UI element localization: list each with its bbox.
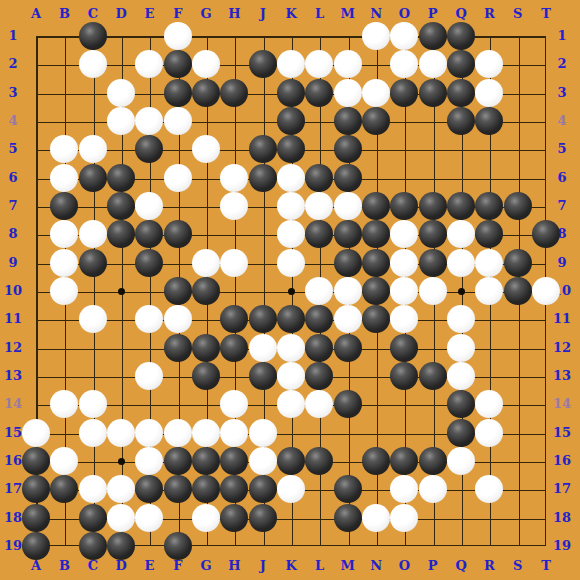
- board-point[interactable]: [22, 249, 50, 277]
- board-point[interactable]: [249, 249, 277, 277]
- board-point[interactable]: [447, 504, 475, 532]
- board-point[interactable]: [305, 50, 333, 78]
- board-point[interactable]: [50, 277, 78, 305]
- board-point[interactable]: [107, 334, 135, 362]
- board-point[interactable]: [504, 220, 532, 248]
- board-point[interactable]: [220, 504, 248, 532]
- board-point[interactable]: [277, 192, 305, 220]
- board-point[interactable]: [419, 419, 447, 447]
- board-point[interactable]: [504, 135, 532, 163]
- board-point[interactable]: [79, 50, 107, 78]
- board-point[interactable]: [390, 504, 418, 532]
- board-point[interactable]: [50, 532, 78, 560]
- board-point[interactable]: [277, 277, 305, 305]
- board-point[interactable]: [249, 504, 277, 532]
- board-point[interactable]: [475, 419, 503, 447]
- board-point[interactable]: [362, 79, 390, 107]
- board-point[interactable]: [390, 532, 418, 560]
- board-point[interactable]: [277, 79, 305, 107]
- board-point[interactable]: [135, 135, 163, 163]
- board-point[interactable]: [447, 135, 475, 163]
- board-point[interactable]: [390, 249, 418, 277]
- board-point[interactable]: [419, 164, 447, 192]
- board-point[interactable]: [504, 334, 532, 362]
- board-point[interactable]: [22, 475, 50, 503]
- board-point[interactable]: [107, 447, 135, 475]
- board-point[interactable]: [390, 305, 418, 333]
- board-point[interactable]: [504, 362, 532, 390]
- board-point[interactable]: [277, 22, 305, 50]
- board-point[interactable]: [390, 419, 418, 447]
- board-point[interactable]: [135, 107, 163, 135]
- board-point[interactable]: [447, 419, 475, 447]
- board-point[interactable]: [135, 305, 163, 333]
- board-point[interactable]: [334, 107, 362, 135]
- board-point[interactable]: [107, 220, 135, 248]
- board-point[interactable]: [50, 192, 78, 220]
- board-point[interactable]: [277, 164, 305, 192]
- board-point[interactable]: [419, 50, 447, 78]
- board-point[interactable]: [475, 220, 503, 248]
- board-point[interactable]: [504, 192, 532, 220]
- board-point[interactable]: [50, 249, 78, 277]
- board-point[interactable]: [305, 532, 333, 560]
- board-point[interactable]: [220, 532, 248, 560]
- board-point[interactable]: [135, 362, 163, 390]
- board-point[interactable]: [107, 50, 135, 78]
- board-point[interactable]: [390, 334, 418, 362]
- board-point[interactable]: [475, 504, 503, 532]
- board-point[interactable]: [79, 334, 107, 362]
- board-point[interactable]: [79, 305, 107, 333]
- board-point[interactable]: [164, 220, 192, 248]
- board-point[interactable]: [220, 107, 248, 135]
- board-point[interactable]: [220, 164, 248, 192]
- board-point[interactable]: [192, 249, 220, 277]
- board-point[interactable]: [192, 419, 220, 447]
- board-point[interactable]: [50, 362, 78, 390]
- board-point[interactable]: [362, 107, 390, 135]
- board-point[interactable]: [475, 249, 503, 277]
- board-point[interactable]: [79, 249, 107, 277]
- board-point[interactable]: [305, 107, 333, 135]
- board-point[interactable]: [504, 107, 532, 135]
- board-point[interactable]: [305, 277, 333, 305]
- board-point[interactable]: [277, 475, 305, 503]
- board-point[interactable]: [220, 277, 248, 305]
- board-point[interactable]: [447, 249, 475, 277]
- board-point[interactable]: [50, 305, 78, 333]
- board-point[interactable]: [334, 164, 362, 192]
- board-point[interactable]: [277, 504, 305, 532]
- board-point[interactable]: [192, 164, 220, 192]
- board-point[interactable]: [107, 362, 135, 390]
- board-point[interactable]: [334, 362, 362, 390]
- board-point[interactable]: [249, 305, 277, 333]
- board-point[interactable]: [50, 220, 78, 248]
- board-point[interactable]: [447, 390, 475, 418]
- board-point[interactable]: [107, 532, 135, 560]
- board-point[interactable]: [334, 220, 362, 248]
- board-point[interactable]: [22, 504, 50, 532]
- board-point[interactable]: [390, 220, 418, 248]
- board-point[interactable]: [164, 22, 192, 50]
- board-point[interactable]: [305, 192, 333, 220]
- board-point[interactable]: [192, 532, 220, 560]
- board-point[interactable]: [22, 419, 50, 447]
- board-point[interactable]: [362, 277, 390, 305]
- board-point[interactable]: [220, 419, 248, 447]
- board-point[interactable]: [305, 447, 333, 475]
- board-point[interactable]: [220, 220, 248, 248]
- board-point[interactable]: [362, 135, 390, 163]
- board-point[interactable]: [107, 135, 135, 163]
- board-point[interactable]: [362, 334, 390, 362]
- board-point[interactable]: [220, 135, 248, 163]
- board-point[interactable]: [419, 362, 447, 390]
- board-point[interactable]: [22, 135, 50, 163]
- board-point[interactable]: [419, 22, 447, 50]
- board-point[interactable]: [50, 22, 78, 50]
- board-point[interactable]: [305, 135, 333, 163]
- board-point[interactable]: [192, 50, 220, 78]
- board-point[interactable]: [50, 164, 78, 192]
- board-point[interactable]: [419, 135, 447, 163]
- board-point[interactable]: [504, 50, 532, 78]
- board-point[interactable]: [192, 220, 220, 248]
- board-point[interactable]: [79, 504, 107, 532]
- board-point[interactable]: [277, 390, 305, 418]
- board-point[interactable]: [504, 504, 532, 532]
- board-point[interactable]: [107, 277, 135, 305]
- board-point[interactable]: [390, 79, 418, 107]
- board-point[interactable]: [475, 79, 503, 107]
- board-point[interactable]: [334, 277, 362, 305]
- board-point[interactable]: [277, 419, 305, 447]
- board-point[interactable]: [447, 50, 475, 78]
- board-point[interactable]: [504, 164, 532, 192]
- board-point[interactable]: [305, 390, 333, 418]
- board-point[interactable]: [419, 532, 447, 560]
- board-point[interactable]: [390, 22, 418, 50]
- board-point[interactable]: [22, 50, 50, 78]
- board-point[interactable]: [79, 164, 107, 192]
- board-point[interactable]: [447, 79, 475, 107]
- board-point[interactable]: [504, 532, 532, 560]
- board-point[interactable]: [135, 220, 163, 248]
- board-point[interactable]: [504, 249, 532, 277]
- board-point[interactable]: [362, 192, 390, 220]
- board-point[interactable]: [164, 334, 192, 362]
- board-point[interactable]: [504, 22, 532, 50]
- board-point[interactable]: [220, 475, 248, 503]
- board-point[interactable]: [107, 249, 135, 277]
- board-point[interactable]: [50, 107, 78, 135]
- board-point[interactable]: [220, 362, 248, 390]
- board-point[interactable]: [447, 334, 475, 362]
- board-point[interactable]: [447, 447, 475, 475]
- board-point[interactable]: [362, 305, 390, 333]
- board-point[interactable]: [192, 79, 220, 107]
- board-point[interactable]: [192, 22, 220, 50]
- board-point[interactable]: [220, 390, 248, 418]
- board-point[interactable]: [164, 305, 192, 333]
- board-point[interactable]: [362, 50, 390, 78]
- board-point[interactable]: [305, 22, 333, 50]
- board-point[interactable]: [504, 447, 532, 475]
- board-point[interactable]: [390, 107, 418, 135]
- board-point[interactable]: [50, 504, 78, 532]
- board-point[interactable]: [107, 305, 135, 333]
- board-point[interactable]: [107, 107, 135, 135]
- board-point[interactable]: [419, 305, 447, 333]
- board-point[interactable]: [249, 447, 277, 475]
- board-point[interactable]: [22, 334, 50, 362]
- board-point[interactable]: [390, 164, 418, 192]
- board-point[interactable]: [22, 107, 50, 135]
- board-point[interactable]: [192, 334, 220, 362]
- board-point[interactable]: [249, 390, 277, 418]
- board-point[interactable]: [334, 192, 362, 220]
- board-point[interactable]: [135, 277, 163, 305]
- board-point[interactable]: [249, 532, 277, 560]
- board-point[interactable]: [419, 334, 447, 362]
- board-point[interactable]: [135, 532, 163, 560]
- board-point[interactable]: [334, 79, 362, 107]
- board-point[interactable]: [447, 532, 475, 560]
- board-point[interactable]: [475, 532, 503, 560]
- board-point[interactable]: [79, 107, 107, 135]
- board-point[interactable]: [249, 22, 277, 50]
- board-point[interactable]: [79, 79, 107, 107]
- board-point[interactable]: [504, 390, 532, 418]
- board-point[interactable]: [107, 390, 135, 418]
- board-point[interactable]: [135, 249, 163, 277]
- board-point[interactable]: [249, 192, 277, 220]
- board-point[interactable]: [249, 79, 277, 107]
- board-point[interactable]: [475, 362, 503, 390]
- board-point[interactable]: [22, 362, 50, 390]
- board-point[interactable]: [419, 79, 447, 107]
- board-point[interactable]: [475, 447, 503, 475]
- board-point[interactable]: [249, 164, 277, 192]
- board-point[interactable]: [192, 390, 220, 418]
- board-point[interactable]: [164, 79, 192, 107]
- board-point[interactable]: [277, 532, 305, 560]
- board-point[interactable]: [390, 390, 418, 418]
- board-point[interactable]: [305, 419, 333, 447]
- board-point[interactable]: [277, 135, 305, 163]
- board-point[interactable]: [447, 192, 475, 220]
- board-point[interactable]: [362, 504, 390, 532]
- board-point[interactable]: [305, 79, 333, 107]
- board-point[interactable]: [419, 390, 447, 418]
- board-point[interactable]: [164, 50, 192, 78]
- board-point[interactable]: [135, 334, 163, 362]
- board-point[interactable]: [362, 164, 390, 192]
- board-point[interactable]: [504, 305, 532, 333]
- board-point[interactable]: [447, 22, 475, 50]
- board-point[interactable]: [334, 447, 362, 475]
- board-point[interactable]: [277, 334, 305, 362]
- board-point[interactable]: [277, 362, 305, 390]
- board-point[interactable]: [504, 475, 532, 503]
- board-point[interactable]: [79, 390, 107, 418]
- board-point[interactable]: [192, 504, 220, 532]
- board-point[interactable]: [164, 192, 192, 220]
- board-point[interactable]: [334, 135, 362, 163]
- board-point[interactable]: [475, 50, 503, 78]
- board-point[interactable]: [334, 22, 362, 50]
- board-point[interactable]: [79, 447, 107, 475]
- board-point[interactable]: [362, 419, 390, 447]
- board-point[interactable]: [135, 475, 163, 503]
- board-point[interactable]: [305, 305, 333, 333]
- board-point[interactable]: [79, 135, 107, 163]
- board-point[interactable]: [22, 192, 50, 220]
- board-point[interactable]: [220, 334, 248, 362]
- board-point[interactable]: [475, 390, 503, 418]
- board-point[interactable]: [220, 447, 248, 475]
- board-point[interactable]: [22, 22, 50, 50]
- board-point[interactable]: [249, 107, 277, 135]
- board-point[interactable]: [362, 22, 390, 50]
- board-point[interactable]: [305, 220, 333, 248]
- board-point[interactable]: [419, 504, 447, 532]
- board-point[interactable]: [362, 390, 390, 418]
- board-point[interactable]: [79, 220, 107, 248]
- board-point[interactable]: [390, 447, 418, 475]
- board-point[interactable]: [135, 419, 163, 447]
- board-point[interactable]: [79, 532, 107, 560]
- board-point[interactable]: [135, 192, 163, 220]
- board-point[interactable]: [135, 390, 163, 418]
- board-point[interactable]: [504, 419, 532, 447]
- board-point[interactable]: [475, 164, 503, 192]
- board-point[interactable]: [419, 277, 447, 305]
- board-point[interactable]: [135, 504, 163, 532]
- board-point[interactable]: [79, 419, 107, 447]
- board-point[interactable]: [362, 532, 390, 560]
- board-point[interactable]: [362, 249, 390, 277]
- board-point[interactable]: [220, 305, 248, 333]
- board-point[interactable]: [22, 164, 50, 192]
- board-point[interactable]: [192, 305, 220, 333]
- board-point[interactable]: [135, 50, 163, 78]
- board-point[interactable]: [192, 447, 220, 475]
- board-point[interactable]: [475, 475, 503, 503]
- board-point[interactable]: [390, 192, 418, 220]
- board-point[interactable]: [249, 419, 277, 447]
- board-point[interactable]: [249, 475, 277, 503]
- board-point[interactable]: [192, 192, 220, 220]
- board-point[interactable]: [334, 390, 362, 418]
- board-point[interactable]: [50, 419, 78, 447]
- board-point[interactable]: [419, 249, 447, 277]
- board-point[interactable]: [305, 334, 333, 362]
- board-point[interactable]: [220, 192, 248, 220]
- board-point[interactable]: [362, 362, 390, 390]
- board-point[interactable]: [447, 277, 475, 305]
- board-point[interactable]: [362, 447, 390, 475]
- board-point[interactable]: [447, 475, 475, 503]
- board-point[interactable]: [334, 50, 362, 78]
- board-point[interactable]: [419, 192, 447, 220]
- board-point[interactable]: [475, 305, 503, 333]
- board-point[interactable]: [164, 447, 192, 475]
- board-point[interactable]: [22, 305, 50, 333]
- board-point[interactable]: [249, 50, 277, 78]
- board-point[interactable]: [107, 22, 135, 50]
- board-point[interactable]: [164, 419, 192, 447]
- board-point[interactable]: [305, 164, 333, 192]
- board-point[interactable]: [135, 79, 163, 107]
- board-point[interactable]: [107, 475, 135, 503]
- board-point[interactable]: [22, 532, 50, 560]
- board-point[interactable]: [22, 447, 50, 475]
- board-point[interactable]: [447, 107, 475, 135]
- board-point[interactable]: [107, 419, 135, 447]
- board-point[interactable]: [334, 249, 362, 277]
- board-point[interactable]: [79, 192, 107, 220]
- board-point[interactable]: [79, 277, 107, 305]
- board-point[interactable]: [50, 475, 78, 503]
- board-point[interactable]: [164, 362, 192, 390]
- board-point[interactable]: [305, 362, 333, 390]
- board-point[interactable]: [164, 390, 192, 418]
- board-point[interactable]: [334, 504, 362, 532]
- board-point[interactable]: [164, 249, 192, 277]
- board-point[interactable]: [390, 277, 418, 305]
- board-point[interactable]: [220, 79, 248, 107]
- board-point[interactable]: [419, 220, 447, 248]
- board-point[interactable]: [249, 135, 277, 163]
- board-point[interactable]: [305, 504, 333, 532]
- board-point[interactable]: [164, 277, 192, 305]
- board-point[interactable]: [447, 305, 475, 333]
- board-point[interactable]: [192, 277, 220, 305]
- board-point[interactable]: [50, 390, 78, 418]
- board-point[interactable]: [220, 249, 248, 277]
- board-point[interactable]: [277, 50, 305, 78]
- board-point[interactable]: [334, 334, 362, 362]
- board-point[interactable]: [164, 475, 192, 503]
- board-point[interactable]: [192, 107, 220, 135]
- board-point[interactable]: [192, 362, 220, 390]
- board-point[interactable]: [447, 164, 475, 192]
- board-point[interactable]: [50, 447, 78, 475]
- board-point[interactable]: [107, 192, 135, 220]
- board-point[interactable]: [79, 362, 107, 390]
- board-point[interactable]: [107, 504, 135, 532]
- board-point[interactable]: [305, 475, 333, 503]
- board-point[interactable]: [305, 249, 333, 277]
- board-point[interactable]: [475, 135, 503, 163]
- board-point[interactable]: [419, 107, 447, 135]
- board-point[interactable]: [50, 135, 78, 163]
- board-point[interactable]: [390, 362, 418, 390]
- board-point[interactable]: [107, 164, 135, 192]
- board-point[interactable]: [220, 50, 248, 78]
- board-point[interactable]: [220, 22, 248, 50]
- board-point[interactable]: [164, 532, 192, 560]
- board-point[interactable]: [50, 79, 78, 107]
- board-point[interactable]: [390, 135, 418, 163]
- board-point[interactable]: [249, 220, 277, 248]
- board-point[interactable]: [334, 305, 362, 333]
- board-point[interactable]: [135, 22, 163, 50]
- board-point[interactable]: [362, 220, 390, 248]
